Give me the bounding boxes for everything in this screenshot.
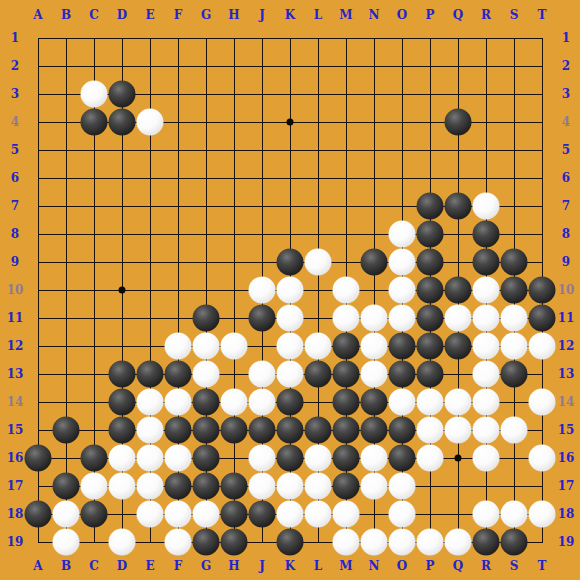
white-stone-N11 bbox=[361, 305, 388, 332]
white-stone-N16 bbox=[361, 445, 388, 472]
white-stone-F18 bbox=[165, 501, 192, 528]
black-stone-R19 bbox=[473, 529, 500, 556]
black-stone-G15 bbox=[193, 417, 220, 444]
column-label-top: T bbox=[538, 9, 547, 21]
white-stone-F12 bbox=[165, 333, 192, 360]
white-stone-P19 bbox=[417, 529, 444, 556]
white-stone-J10 bbox=[249, 277, 276, 304]
row-label-left: 3 bbox=[11, 88, 19, 100]
black-stone-M15 bbox=[333, 417, 360, 444]
column-label-top: N bbox=[369, 9, 380, 21]
black-stone-O13 bbox=[389, 361, 416, 388]
column-label-top: S bbox=[510, 9, 519, 21]
column-label-top: C bbox=[89, 9, 99, 21]
column-label-top: E bbox=[145, 9, 154, 21]
black-stone-M16 bbox=[333, 445, 360, 472]
white-stone-D16 bbox=[109, 445, 136, 472]
white-stone-J13 bbox=[249, 361, 276, 388]
row-label-left: 11 bbox=[7, 312, 24, 324]
black-stone-S13 bbox=[501, 361, 528, 388]
row-label-left: 12 bbox=[7, 340, 24, 352]
black-stone-N15 bbox=[361, 417, 388, 444]
row-label-left: 2 bbox=[11, 60, 19, 72]
white-stone-K18 bbox=[277, 501, 304, 528]
row-label-right: 5 bbox=[562, 144, 570, 156]
white-stone-M18 bbox=[333, 501, 360, 528]
black-stone-C18 bbox=[81, 501, 108, 528]
black-stone-G16 bbox=[193, 445, 220, 472]
column-label-bottom: P bbox=[425, 560, 434, 572]
column-label-bottom: E bbox=[145, 560, 154, 572]
white-stone-R10 bbox=[473, 277, 500, 304]
column-label-bottom: F bbox=[174, 560, 183, 572]
white-stone-E18 bbox=[137, 501, 164, 528]
black-stone-L13 bbox=[305, 361, 332, 388]
white-stone-L9 bbox=[305, 249, 332, 276]
black-stone-H18 bbox=[221, 501, 248, 528]
white-stone-O8 bbox=[389, 221, 416, 248]
white-stone-E4 bbox=[137, 109, 164, 136]
black-stone-D14 bbox=[109, 389, 136, 416]
white-stone-E15 bbox=[137, 417, 164, 444]
black-stone-F15 bbox=[165, 417, 192, 444]
black-stone-J15 bbox=[249, 417, 276, 444]
black-stone-J18 bbox=[249, 501, 276, 528]
white-stone-C3 bbox=[81, 81, 108, 108]
black-stone-N14 bbox=[361, 389, 388, 416]
white-stone-K13 bbox=[277, 361, 304, 388]
row-label-right: 13 bbox=[558, 368, 575, 380]
column-label-top: R bbox=[481, 9, 491, 21]
black-stone-K16 bbox=[277, 445, 304, 472]
white-stone-J14 bbox=[249, 389, 276, 416]
black-stone-Q4 bbox=[445, 109, 472, 136]
white-stone-J16 bbox=[249, 445, 276, 472]
row-label-left: 9 bbox=[11, 256, 19, 268]
row-label-right: 12 bbox=[558, 340, 575, 352]
black-stone-B15 bbox=[53, 417, 80, 444]
white-stone-O11 bbox=[389, 305, 416, 332]
row-label-right: 17 bbox=[558, 480, 575, 492]
white-stone-L18 bbox=[305, 501, 332, 528]
black-stone-S19 bbox=[501, 529, 528, 556]
black-stone-P11 bbox=[417, 305, 444, 332]
black-stone-P9 bbox=[417, 249, 444, 276]
white-stone-T12 bbox=[529, 333, 556, 360]
white-stone-N13 bbox=[361, 361, 388, 388]
row-label-right: 16 bbox=[558, 452, 575, 464]
black-stone-L15 bbox=[305, 417, 332, 444]
column-label-bottom: R bbox=[481, 560, 491, 572]
black-stone-J11 bbox=[249, 305, 276, 332]
white-stone-O19 bbox=[389, 529, 416, 556]
column-label-top: A bbox=[33, 9, 42, 21]
white-stone-B18 bbox=[53, 501, 80, 528]
column-label-bottom: Q bbox=[453, 560, 463, 572]
white-stone-N17 bbox=[361, 473, 388, 500]
white-stone-C17 bbox=[81, 473, 108, 500]
white-stone-R16 bbox=[473, 445, 500, 472]
black-stone-R9 bbox=[473, 249, 500, 276]
column-label-bottom: N bbox=[369, 560, 380, 572]
column-label-bottom: G bbox=[201, 560, 211, 572]
row-label-right: 14 bbox=[558, 396, 575, 408]
white-stone-L12 bbox=[305, 333, 332, 360]
white-stone-J17 bbox=[249, 473, 276, 500]
black-stone-H15 bbox=[221, 417, 248, 444]
white-stone-R12 bbox=[473, 333, 500, 360]
white-stone-K17 bbox=[277, 473, 304, 500]
column-label-top: M bbox=[339, 9, 352, 21]
row-label-right: 8 bbox=[562, 228, 570, 240]
white-stone-S18 bbox=[501, 501, 528, 528]
white-stone-D19 bbox=[109, 529, 136, 556]
row-label-left: 16 bbox=[7, 452, 24, 464]
row-label-left: 4 bbox=[11, 116, 19, 128]
black-stone-T10 bbox=[529, 277, 556, 304]
white-stone-S12 bbox=[501, 333, 528, 360]
black-stone-A18 bbox=[25, 501, 52, 528]
black-stone-S9 bbox=[501, 249, 528, 276]
star-point-D10 bbox=[119, 287, 126, 294]
white-stone-P14 bbox=[417, 389, 444, 416]
row-label-left: 17 bbox=[7, 480, 24, 492]
black-stone-S10 bbox=[501, 277, 528, 304]
row-label-left: 10 bbox=[7, 284, 24, 296]
column-label-bottom: A bbox=[33, 560, 42, 572]
row-label-left: 8 bbox=[11, 228, 19, 240]
white-stone-H12 bbox=[221, 333, 248, 360]
row-label-right: 6 bbox=[562, 172, 570, 184]
column-label-bottom: C bbox=[89, 560, 99, 572]
black-stone-G19 bbox=[193, 529, 220, 556]
white-stone-G12 bbox=[193, 333, 220, 360]
white-stone-F19 bbox=[165, 529, 192, 556]
column-label-bottom: K bbox=[285, 560, 295, 572]
column-label-top: O bbox=[397, 9, 407, 21]
black-stone-G17 bbox=[193, 473, 220, 500]
black-stone-E13 bbox=[137, 361, 164, 388]
black-stone-F17 bbox=[165, 473, 192, 500]
white-stone-Q15 bbox=[445, 417, 472, 444]
white-stone-M10 bbox=[333, 277, 360, 304]
white-stone-D17 bbox=[109, 473, 136, 500]
black-stone-H19 bbox=[221, 529, 248, 556]
row-label-right: 18 bbox=[558, 508, 575, 520]
white-stone-O14 bbox=[389, 389, 416, 416]
row-label-left: 1 bbox=[11, 32, 19, 44]
white-stone-Q14 bbox=[445, 389, 472, 416]
black-stone-Q10 bbox=[445, 277, 472, 304]
column-label-bottom: L bbox=[314, 560, 322, 572]
white-stone-K12 bbox=[277, 333, 304, 360]
black-stone-K15 bbox=[277, 417, 304, 444]
row-label-right: 3 bbox=[562, 88, 570, 100]
white-stone-R14 bbox=[473, 389, 500, 416]
row-label-left: 5 bbox=[11, 144, 19, 156]
black-stone-D4 bbox=[109, 109, 136, 136]
column-label-top: H bbox=[228, 9, 239, 21]
white-stone-O17 bbox=[389, 473, 416, 500]
column-label-top: D bbox=[117, 9, 127, 21]
column-label-bottom: T bbox=[538, 560, 547, 572]
white-stone-T18 bbox=[529, 501, 556, 528]
white-stone-K10 bbox=[277, 277, 304, 304]
white-stone-O18 bbox=[389, 501, 416, 528]
row-label-right: 9 bbox=[562, 256, 570, 268]
column-label-bottom: D bbox=[117, 560, 127, 572]
black-stone-P12 bbox=[417, 333, 444, 360]
column-label-top: F bbox=[174, 9, 183, 21]
white-stone-K11 bbox=[277, 305, 304, 332]
white-stone-L17 bbox=[305, 473, 332, 500]
go-board[interactable]: AABBCCDDEEFFGGHHJJKKLLMMNNOOPPQQRRSSTT11… bbox=[0, 0, 580, 580]
row-label-left: 7 bbox=[11, 200, 19, 212]
white-stone-M11 bbox=[333, 305, 360, 332]
black-stone-G11 bbox=[193, 305, 220, 332]
column-label-bottom: H bbox=[228, 560, 239, 572]
black-stone-O12 bbox=[389, 333, 416, 360]
black-stone-H17 bbox=[221, 473, 248, 500]
black-stone-D3 bbox=[109, 81, 136, 108]
black-stone-M12 bbox=[333, 333, 360, 360]
black-stone-P10 bbox=[417, 277, 444, 304]
black-stone-P7 bbox=[417, 193, 444, 220]
black-stone-K19 bbox=[277, 529, 304, 556]
row-label-left: 18 bbox=[7, 508, 24, 520]
white-stone-O10 bbox=[389, 277, 416, 304]
row-label-right: 10 bbox=[558, 284, 575, 296]
black-stone-A16 bbox=[25, 445, 52, 472]
black-stone-B17 bbox=[53, 473, 80, 500]
column-label-top: P bbox=[425, 9, 434, 21]
black-stone-O16 bbox=[389, 445, 416, 472]
white-stone-B19 bbox=[53, 529, 80, 556]
black-stone-P8 bbox=[417, 221, 444, 248]
black-stone-F13 bbox=[165, 361, 192, 388]
white-stone-R18 bbox=[473, 501, 500, 528]
white-stone-M19 bbox=[333, 529, 360, 556]
row-label-left: 13 bbox=[7, 368, 24, 380]
black-stone-K9 bbox=[277, 249, 304, 276]
white-stone-F16 bbox=[165, 445, 192, 472]
white-stone-E17 bbox=[137, 473, 164, 500]
column-label-top: B bbox=[61, 9, 71, 21]
white-stone-L16 bbox=[305, 445, 332, 472]
white-stone-O9 bbox=[389, 249, 416, 276]
white-stone-Q11 bbox=[445, 305, 472, 332]
white-stone-E14 bbox=[137, 389, 164, 416]
black-stone-C4 bbox=[81, 109, 108, 136]
white-stone-S11 bbox=[501, 305, 528, 332]
white-stone-G18 bbox=[193, 501, 220, 528]
column-label-top: K bbox=[285, 9, 295, 21]
white-stone-S15 bbox=[501, 417, 528, 444]
white-stone-T16 bbox=[529, 445, 556, 472]
white-stone-T14 bbox=[529, 389, 556, 416]
star-point-Q16 bbox=[455, 455, 462, 462]
row-label-right: 2 bbox=[562, 60, 570, 72]
black-stone-R8 bbox=[473, 221, 500, 248]
column-label-bottom: O bbox=[397, 560, 407, 572]
row-label-left: 6 bbox=[11, 172, 19, 184]
column-label-bottom: M bbox=[339, 560, 352, 572]
white-stone-E16 bbox=[137, 445, 164, 472]
white-stone-H14 bbox=[221, 389, 248, 416]
white-stone-R15 bbox=[473, 417, 500, 444]
black-stone-M13 bbox=[333, 361, 360, 388]
column-label-bottom: J bbox=[259, 560, 265, 572]
black-stone-C16 bbox=[81, 445, 108, 472]
white-stone-N19 bbox=[361, 529, 388, 556]
white-stone-R13 bbox=[473, 361, 500, 388]
column-label-top: J bbox=[259, 9, 265, 21]
black-stone-D15 bbox=[109, 417, 136, 444]
row-label-right: 19 bbox=[558, 536, 575, 548]
white-stone-P16 bbox=[417, 445, 444, 472]
row-label-left: 15 bbox=[7, 424, 24, 436]
black-stone-Q12 bbox=[445, 333, 472, 360]
white-stone-F14 bbox=[165, 389, 192, 416]
white-stone-N12 bbox=[361, 333, 388, 360]
column-label-top: Q bbox=[453, 9, 463, 21]
row-label-left: 14 bbox=[7, 396, 24, 408]
white-stone-R7 bbox=[473, 193, 500, 220]
row-label-right: 4 bbox=[562, 116, 570, 128]
star-point-K4 bbox=[287, 119, 294, 126]
black-stone-T11 bbox=[529, 305, 556, 332]
column-label-top: G bbox=[201, 9, 211, 21]
black-stone-O15 bbox=[389, 417, 416, 444]
column-label-bottom: S bbox=[510, 560, 519, 572]
row-label-right: 11 bbox=[558, 312, 575, 324]
black-stone-N9 bbox=[361, 249, 388, 276]
column-label-bottom: B bbox=[61, 560, 71, 572]
black-stone-P13 bbox=[417, 361, 444, 388]
black-stone-Q7 bbox=[445, 193, 472, 220]
row-label-right: 15 bbox=[558, 424, 575, 436]
black-stone-M14 bbox=[333, 389, 360, 416]
white-stone-P15 bbox=[417, 417, 444, 444]
black-stone-D13 bbox=[109, 361, 136, 388]
white-stone-R11 bbox=[473, 305, 500, 332]
row-label-right: 1 bbox=[562, 32, 570, 44]
black-stone-M17 bbox=[333, 473, 360, 500]
white-stone-G13 bbox=[193, 361, 220, 388]
row-label-right: 7 bbox=[562, 200, 570, 212]
black-stone-K14 bbox=[277, 389, 304, 416]
column-label-top: L bbox=[314, 9, 322, 21]
row-label-left: 19 bbox=[7, 536, 24, 548]
black-stone-G14 bbox=[193, 389, 220, 416]
white-stone-Q19 bbox=[445, 529, 472, 556]
